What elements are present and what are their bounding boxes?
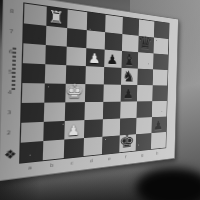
square-g1 <box>136 133 152 151</box>
square-c6 <box>66 47 86 67</box>
square-f2 <box>120 118 137 136</box>
square-e1 <box>102 135 120 154</box>
square-e3 <box>103 102 121 120</box>
rank-label-2: 2 <box>7 129 17 136</box>
square-b7 <box>46 26 67 47</box>
chess-board: ❖ ♜♛♟♟♝♞♚♟♟♟♚ 87654321 abcdefgh <box>0 0 179 181</box>
file-label-e: e <box>108 156 111 161</box>
square-g2 <box>136 117 152 134</box>
rank-label-6: 6 <box>9 48 19 55</box>
square-d4 <box>85 84 104 102</box>
square-c4 <box>65 84 85 103</box>
square-g5 <box>137 69 153 86</box>
photo-stage: ❖ ♜♛♟♟♝♞♚♟♟♟♚ 87654321 abcdefgh <box>0 0 200 200</box>
rank-label-8: 8 <box>10 8 20 15</box>
square-e8 <box>105 15 123 34</box>
square-c1 <box>64 138 84 158</box>
square-a3 <box>21 103 44 123</box>
square-a4 <box>22 83 45 103</box>
square-g6 <box>138 52 154 69</box>
square-d3 <box>84 102 103 120</box>
rank-label-4: 4 <box>8 89 18 95</box>
square-a7 <box>23 23 46 45</box>
square-a8 <box>24 4 47 26</box>
square-f6 <box>122 51 139 69</box>
square-h2 <box>151 117 166 134</box>
file-label-h: h <box>156 151 158 156</box>
square-d8 <box>87 12 106 32</box>
rank-label-3: 3 <box>7 109 17 115</box>
square-g3 <box>136 101 152 118</box>
square-b4 <box>44 83 65 102</box>
square-b2 <box>43 121 64 141</box>
square-f7 <box>122 34 139 52</box>
file-label-c: c <box>71 160 74 166</box>
square-e7 <box>105 32 123 51</box>
square-h4 <box>152 85 167 101</box>
square-b6 <box>45 45 66 65</box>
square-a2 <box>21 122 44 143</box>
square-f1 <box>119 134 136 152</box>
square-b8 <box>46 7 67 28</box>
file-label-g: g <box>141 152 144 157</box>
square-b1 <box>43 140 65 161</box>
square-h8 <box>154 22 169 40</box>
square-e2 <box>102 119 120 137</box>
square-h1 <box>151 132 166 149</box>
square-c7 <box>67 28 87 48</box>
square-f8 <box>122 17 139 36</box>
board-grid <box>19 2 169 163</box>
file-label-d: d <box>90 158 93 164</box>
square-f5 <box>121 68 138 85</box>
square-f4 <box>121 85 138 102</box>
square-e6 <box>104 50 122 68</box>
square-f3 <box>120 101 137 118</box>
square-h6 <box>153 53 168 70</box>
square-a1 <box>20 141 43 163</box>
square-d5 <box>85 66 104 84</box>
square-a5 <box>22 63 45 83</box>
square-e5 <box>104 67 122 85</box>
square-h3 <box>152 101 167 117</box>
rank-label-1: 1 <box>6 149 16 156</box>
square-g4 <box>137 85 153 101</box>
square-g7 <box>138 36 154 54</box>
square-c2 <box>64 120 84 139</box>
square-c8 <box>67 10 87 31</box>
file-label-b: b <box>50 162 54 168</box>
square-b3 <box>44 102 65 121</box>
square-c3 <box>65 102 85 121</box>
rank-label-7: 7 <box>9 28 19 35</box>
rank-label-5: 5 <box>8 69 18 75</box>
square-d6 <box>86 48 105 67</box>
square-d2 <box>84 119 103 138</box>
square-d7 <box>86 30 105 49</box>
square-e4 <box>103 84 121 101</box>
file-label-a: a <box>28 164 32 170</box>
square-c5 <box>66 65 86 84</box>
square-d1 <box>83 137 102 156</box>
square-g8 <box>139 19 155 37</box>
square-a6 <box>23 43 46 64</box>
square-h7 <box>154 37 169 54</box>
square-b5 <box>45 64 66 84</box>
square-h5 <box>153 69 168 85</box>
file-label-f: f <box>125 154 127 159</box>
